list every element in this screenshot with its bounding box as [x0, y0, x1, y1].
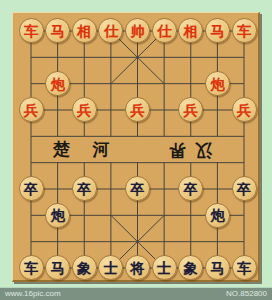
- piece-black-elephant[interactable]: 象: [72, 255, 97, 280]
- board-point: [204, 176, 231, 202]
- board-point: [18, 70, 45, 96]
- board-point: 相: [71, 18, 98, 44]
- board-point: 仕: [98, 18, 125, 44]
- board-point: 士: [98, 255, 125, 281]
- board-point: [204, 149, 231, 175]
- board-point: 卒: [71, 176, 98, 202]
- board-point: [71, 228, 98, 254]
- piece-black-soldier[interactable]: 卒: [72, 176, 97, 201]
- board-point: [231, 228, 258, 254]
- board-point: 象: [177, 255, 204, 281]
- piece-black-chariot[interactable]: 车: [19, 255, 44, 280]
- board-point: [71, 149, 98, 175]
- board-point: [124, 228, 151, 254]
- board-point: [124, 44, 151, 70]
- watermark-number: NO.852800: [226, 288, 267, 300]
- board-point: [71, 202, 98, 228]
- xiangqi-screenshot: 楚 河 汉界 车马相仕帅仕相马车炮炮兵兵兵兵兵卒卒卒卒卒炮炮车马象士将士象马车 …: [0, 0, 272, 300]
- piece-red-advisor[interactable]: 仕: [98, 18, 123, 43]
- watermark-site: www.16pic.com: [5, 288, 61, 300]
- piece-red-elephant[interactable]: 相: [178, 18, 203, 43]
- board-point: 马: [204, 255, 231, 281]
- board-point: [204, 97, 231, 123]
- board-point: 炮: [44, 70, 71, 96]
- board-point: 马: [204, 18, 231, 44]
- board-point: 仕: [151, 18, 178, 44]
- piece-black-soldier[interactable]: 卒: [125, 176, 150, 201]
- piece-red-soldier[interactable]: 兵: [72, 97, 97, 122]
- board-point: 车: [231, 18, 258, 44]
- board-point: [204, 123, 231, 149]
- board-point: 相: [177, 18, 204, 44]
- board-point: [44, 123, 71, 149]
- board-point: [231, 123, 258, 149]
- board-point: [151, 123, 178, 149]
- board-point: [98, 70, 125, 96]
- piece-red-soldier[interactable]: 兵: [232, 97, 257, 122]
- piece-black-elephant[interactable]: 象: [178, 255, 203, 280]
- piece-red-horse[interactable]: 马: [205, 18, 230, 43]
- board-point: [124, 123, 151, 149]
- board-point: [151, 202, 178, 228]
- board-point: [98, 44, 125, 70]
- board-point: 炮: [204, 202, 231, 228]
- board-point: [231, 202, 258, 228]
- board-point: [177, 228, 204, 254]
- piece-red-soldier[interactable]: 兵: [125, 97, 150, 122]
- piece-black-horse[interactable]: 马: [45, 255, 70, 280]
- board-point: [177, 202, 204, 228]
- board-point: [18, 228, 45, 254]
- board-point: 马: [44, 255, 71, 281]
- board-point: [231, 44, 258, 70]
- board-point: [177, 70, 204, 96]
- board-point: 卒: [124, 176, 151, 202]
- piece-red-cannon[interactable]: 炮: [45, 71, 70, 96]
- piece-red-chariot[interactable]: 车: [19, 18, 44, 43]
- board-point: 车: [18, 255, 45, 281]
- board-point: 卒: [231, 176, 258, 202]
- board-point: [231, 70, 258, 96]
- piece-black-cannon[interactable]: 炮: [45, 203, 70, 228]
- board-point: 兵: [124, 97, 151, 123]
- board-point: [177, 44, 204, 70]
- board-point: [124, 70, 151, 96]
- board-point: [231, 149, 258, 175]
- board-point: [44, 44, 71, 70]
- board-point: 炮: [204, 70, 231, 96]
- board-point: [18, 44, 45, 70]
- board-point: [98, 123, 125, 149]
- board-point: 车: [231, 255, 258, 281]
- piece-black-general[interactable]: 将: [125, 255, 150, 280]
- piece-black-advisor[interactable]: 士: [98, 255, 123, 280]
- piece-black-advisor[interactable]: 士: [152, 255, 177, 280]
- board-point: 兵: [177, 97, 204, 123]
- board-point: [151, 228, 178, 254]
- board-point: [177, 123, 204, 149]
- piece-red-general[interactable]: 帅: [125, 18, 150, 43]
- board-point: [124, 202, 151, 228]
- board-point: 帅: [124, 18, 151, 44]
- board-point: [71, 70, 98, 96]
- board-point: 炮: [44, 202, 71, 228]
- board-point: [204, 228, 231, 254]
- piece-black-soldier[interactable]: 卒: [178, 176, 203, 201]
- board-point: 兵: [71, 97, 98, 123]
- board-point: 将: [124, 255, 151, 281]
- board-point: [98, 176, 125, 202]
- board-point: [204, 44, 231, 70]
- board-point: [18, 149, 45, 175]
- board-point: [98, 202, 125, 228]
- board-point: 兵: [231, 97, 258, 123]
- piece-black-soldier[interactable]: 卒: [19, 176, 44, 201]
- piece-black-chariot[interactable]: 车: [232, 255, 257, 280]
- xiangqi-board: 楚 河 汉界 车马相仕帅仕相马车炮炮兵兵兵兵兵卒卒卒卒卒炮炮车马象士将士象马车: [12, 12, 260, 282]
- board-point: 卒: [177, 176, 204, 202]
- board-point: 卒: [18, 176, 45, 202]
- board-point: [151, 44, 178, 70]
- piece-red-soldier[interactable]: 兵: [178, 97, 203, 122]
- board-point: [98, 149, 125, 175]
- board-point: [151, 70, 178, 96]
- piece-black-cannon[interactable]: 炮: [205, 203, 230, 228]
- board-point: [71, 44, 98, 70]
- piece-red-advisor[interactable]: 仕: [152, 18, 177, 43]
- board-point: [98, 97, 125, 123]
- board-point: [151, 97, 178, 123]
- board-point: 象: [71, 255, 98, 281]
- board-point: [151, 149, 178, 175]
- piece-black-horse[interactable]: 马: [205, 255, 230, 280]
- board-point: [44, 176, 71, 202]
- board-point: [44, 228, 71, 254]
- piece-red-cannon[interactable]: 炮: [205, 71, 230, 96]
- board-point: [18, 202, 45, 228]
- board-point: [124, 149, 151, 175]
- board-point: [71, 123, 98, 149]
- board-point: [151, 176, 178, 202]
- board-point: 士: [151, 255, 178, 281]
- board-point: [18, 123, 45, 149]
- board-point: [98, 228, 125, 254]
- board-point: [177, 149, 204, 175]
- board-point: 车: [18, 18, 45, 44]
- piece-red-horse[interactable]: 马: [45, 18, 70, 43]
- board-point: 马: [44, 18, 71, 44]
- piece-red-chariot[interactable]: 车: [232, 18, 257, 43]
- pieces-grid: 车马相仕帅仕相马车炮炮兵兵兵兵兵卒卒卒卒卒炮炮车马象士将士象马车: [18, 18, 258, 281]
- board-point: 兵: [18, 97, 45, 123]
- piece-black-soldier[interactable]: 卒: [232, 176, 257, 201]
- piece-red-soldier[interactable]: 兵: [19, 97, 44, 122]
- piece-red-elephant[interactable]: 相: [72, 18, 97, 43]
- board-point: [44, 149, 71, 175]
- board-point: [44, 97, 71, 123]
- watermark-bar: www.16pic.com NO.852800: [0, 287, 272, 300]
